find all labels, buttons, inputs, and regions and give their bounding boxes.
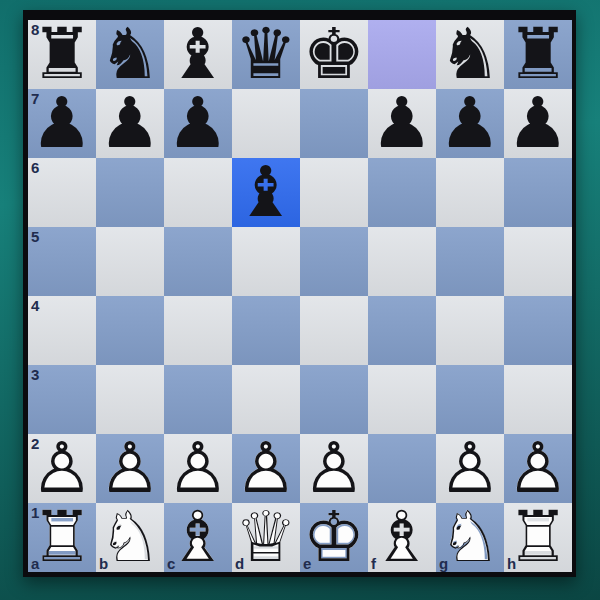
piece-glyph-fill: ♝ bbox=[164, 20, 232, 89]
piece-black-knight[interactable]: ♞ bbox=[96, 20, 164, 89]
square-c5[interactable] bbox=[164, 227, 232, 296]
piece-white-pawn[interactable]: ♟♙ bbox=[232, 434, 300, 503]
piece-white-rook[interactable]: ♜♖ bbox=[28, 503, 96, 572]
piece-white-bishop[interactable]: ♝♗ bbox=[368, 503, 436, 572]
piece-glyph-outline: ♙ bbox=[28, 434, 96, 503]
piece-white-knight[interactable]: ♞♘ bbox=[436, 503, 504, 572]
piece-black-rook[interactable]: ♜ bbox=[504, 20, 572, 89]
piece-black-bishop[interactable]: ♝ bbox=[232, 158, 300, 227]
square-c1[interactable]: c♝♗ bbox=[164, 503, 232, 572]
piece-white-pawn[interactable]: ♟♙ bbox=[96, 434, 164, 503]
square-d7[interactable] bbox=[232, 89, 300, 158]
square-g2[interactable]: ♟♙ bbox=[436, 434, 504, 503]
piece-glyph-fill: ♟ bbox=[164, 89, 232, 158]
piece-black-pawn[interactable]: ♟ bbox=[368, 89, 436, 158]
square-d2[interactable]: ♟♙ bbox=[232, 434, 300, 503]
square-h7[interactable]: ♟ bbox=[504, 89, 572, 158]
square-d1[interactable]: d♛♕ bbox=[232, 503, 300, 572]
square-e5[interactable] bbox=[300, 227, 368, 296]
piece-black-pawn[interactable]: ♟ bbox=[164, 89, 232, 158]
square-h8[interactable]: ♜ bbox=[504, 20, 572, 89]
square-c2[interactable]: ♟♙ bbox=[164, 434, 232, 503]
square-a8[interactable]: 8♜ bbox=[28, 20, 96, 89]
piece-glyph-outline: ♙ bbox=[300, 434, 368, 503]
square-g3[interactable] bbox=[436, 365, 504, 434]
square-c4[interactable] bbox=[164, 296, 232, 365]
piece-white-pawn[interactable]: ♟♙ bbox=[300, 434, 368, 503]
square-h4[interactable] bbox=[504, 296, 572, 365]
square-f1[interactable]: f♝♗ bbox=[368, 503, 436, 572]
square-d8[interactable]: ♛ bbox=[232, 20, 300, 89]
piece-glyph-fill: ♟ bbox=[96, 89, 164, 158]
square-a5[interactable]: 5 bbox=[28, 227, 96, 296]
piece-glyph-fill: ♛ bbox=[232, 20, 300, 89]
piece-glyph-fill: ♟ bbox=[368, 89, 436, 158]
square-b2[interactable]: ♟♙ bbox=[96, 434, 164, 503]
piece-glyph-outline: ♕ bbox=[232, 503, 300, 572]
square-f6[interactable] bbox=[368, 158, 436, 227]
piece-glyph-outline: ♙ bbox=[96, 434, 164, 503]
piece-white-pawn[interactable]: ♟♙ bbox=[164, 434, 232, 503]
square-f3[interactable] bbox=[368, 365, 436, 434]
piece-glyph-outline: ♘ bbox=[436, 503, 504, 572]
square-a2[interactable]: 2♟♙ bbox=[28, 434, 96, 503]
square-h3[interactable] bbox=[504, 365, 572, 434]
piece-white-king[interactable]: ♚♔ bbox=[300, 503, 368, 572]
square-a1[interactable]: 1a♜♖ bbox=[28, 503, 96, 572]
square-e7[interactable] bbox=[300, 89, 368, 158]
piece-white-bishop[interactable]: ♝♗ bbox=[164, 503, 232, 572]
square-e3[interactable] bbox=[300, 365, 368, 434]
piece-glyph-outline: ♖ bbox=[504, 503, 572, 572]
piece-glyph-outline: ♔ bbox=[300, 503, 368, 572]
square-d4[interactable] bbox=[232, 296, 300, 365]
square-b6[interactable] bbox=[96, 158, 164, 227]
piece-white-pawn[interactable]: ♟♙ bbox=[436, 434, 504, 503]
square-g4[interactable] bbox=[436, 296, 504, 365]
square-c8[interactable]: ♝ bbox=[164, 20, 232, 89]
piece-glyph-fill: ♞ bbox=[96, 20, 164, 89]
piece-black-king[interactable]: ♚ bbox=[300, 20, 368, 89]
piece-glyph-fill: ♞ bbox=[436, 20, 504, 89]
square-f8[interactable] bbox=[368, 20, 436, 89]
square-h1[interactable]: h♜♖ bbox=[504, 503, 572, 572]
piece-glyph-outline: ♘ bbox=[96, 503, 164, 572]
square-a4[interactable]: 4 bbox=[28, 296, 96, 365]
square-g5[interactable] bbox=[436, 227, 504, 296]
piece-glyph-fill: ♟ bbox=[436, 89, 504, 158]
square-e1[interactable]: e♚♔ bbox=[300, 503, 368, 572]
square-c6[interactable] bbox=[164, 158, 232, 227]
piece-glyph-fill: ♜ bbox=[28, 20, 96, 89]
square-f7[interactable]: ♟ bbox=[368, 89, 436, 158]
square-h2[interactable]: ♟♙ bbox=[504, 434, 572, 503]
square-h5[interactable] bbox=[504, 227, 572, 296]
square-g8[interactable]: ♞ bbox=[436, 20, 504, 89]
piece-white-pawn[interactable]: ♟♙ bbox=[504, 434, 572, 503]
piece-glyph-outline: ♙ bbox=[164, 434, 232, 503]
square-b4[interactable] bbox=[96, 296, 164, 365]
piece-glyph-fill: ♟ bbox=[28, 89, 96, 158]
board-frame: 8♜♞♝♛♚♞♜7♟♟♟♟♟♟6♝5432♟♙♟♙♟♙♟♙♟♙♟♙♟♙1a♜♖b… bbox=[23, 10, 576, 577]
piece-glyph-outline: ♙ bbox=[436, 434, 504, 503]
piece-glyph-outline: ♙ bbox=[504, 434, 572, 503]
square-g7[interactable]: ♟ bbox=[436, 89, 504, 158]
square-e6[interactable] bbox=[300, 158, 368, 227]
piece-white-knight[interactable]: ♞♘ bbox=[96, 503, 164, 572]
piece-black-knight[interactable]: ♞ bbox=[436, 20, 504, 89]
piece-glyph-outline: ♙ bbox=[232, 434, 300, 503]
square-h6[interactable] bbox=[504, 158, 572, 227]
piece-glyph-outline: ♗ bbox=[368, 503, 436, 572]
piece-black-queen[interactable]: ♛ bbox=[232, 20, 300, 89]
piece-white-pawn[interactable]: ♟♙ bbox=[28, 434, 96, 503]
square-b8[interactable]: ♞ bbox=[96, 20, 164, 89]
piece-glyph-outline: ♗ bbox=[164, 503, 232, 572]
piece-glyph-fill: ♜ bbox=[504, 20, 572, 89]
rank-label-5: 5 bbox=[31, 229, 39, 244]
square-c3[interactable] bbox=[164, 365, 232, 434]
piece-glyph-outline: ♖ bbox=[28, 503, 96, 572]
square-g6[interactable] bbox=[436, 158, 504, 227]
app-background: { "game": "chess", "position": { "fen": … bbox=[0, 0, 600, 600]
square-c7[interactable]: ♟ bbox=[164, 89, 232, 158]
chess-board: 8♜♞♝♛♚♞♜7♟♟♟♟♟♟6♝5432♟♙♟♙♟♙♟♙♟♙♟♙♟♙1a♜♖b… bbox=[28, 20, 572, 572]
square-b5[interactable] bbox=[96, 227, 164, 296]
piece-white-queen[interactable]: ♛♕ bbox=[232, 503, 300, 572]
square-b1[interactable]: b♞♘ bbox=[96, 503, 164, 572]
square-f5[interactable] bbox=[368, 227, 436, 296]
piece-black-pawn[interactable]: ♟ bbox=[28, 89, 96, 158]
square-a6[interactable]: 6 bbox=[28, 158, 96, 227]
piece-black-pawn[interactable]: ♟ bbox=[96, 89, 164, 158]
square-e2[interactable]: ♟♙ bbox=[300, 434, 368, 503]
piece-glyph-fill: ♟ bbox=[504, 89, 572, 158]
rank-label-4: 4 bbox=[31, 298, 39, 313]
piece-black-pawn[interactable]: ♟ bbox=[436, 89, 504, 158]
square-d5[interactable] bbox=[232, 227, 300, 296]
square-d3[interactable] bbox=[232, 365, 300, 434]
square-a7[interactable]: 7♟ bbox=[28, 89, 96, 158]
square-d6[interactable]: ♝ bbox=[232, 158, 300, 227]
square-a3[interactable]: 3 bbox=[28, 365, 96, 434]
square-f4[interactable] bbox=[368, 296, 436, 365]
square-e8[interactable]: ♚ bbox=[300, 20, 368, 89]
square-b3[interactable] bbox=[96, 365, 164, 434]
piece-glyph-fill: ♚ bbox=[300, 20, 368, 89]
square-f2[interactable] bbox=[368, 434, 436, 503]
piece-white-rook[interactable]: ♜♖ bbox=[504, 503, 572, 572]
square-g1[interactable]: g♞♘ bbox=[436, 503, 504, 572]
piece-black-pawn[interactable]: ♟ bbox=[504, 89, 572, 158]
piece-glyph-fill: ♝ bbox=[232, 158, 300, 227]
square-e4[interactable] bbox=[300, 296, 368, 365]
piece-black-bishop[interactable]: ♝ bbox=[164, 20, 232, 89]
square-b7[interactable]: ♟ bbox=[96, 89, 164, 158]
rank-label-3: 3 bbox=[31, 367, 39, 382]
piece-black-rook[interactable]: ♜ bbox=[28, 20, 96, 89]
